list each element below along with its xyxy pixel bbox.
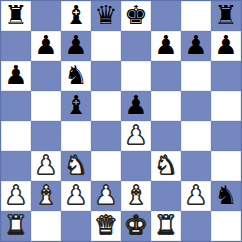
square-f6[interactable] [151, 61, 181, 91]
black-knight[interactable]: ♞ [214, 182, 237, 208]
square-e3[interactable] [121, 151, 151, 181]
square-c2[interactable]: ♟ [61, 181, 91, 211]
square-f3[interactable]: ♞ [151, 151, 181, 181]
white-pawn[interactable]: ♟ [124, 122, 147, 148]
square-b8[interactable] [31, 1, 61, 31]
white-bishop[interactable]: ♝ [124, 182, 147, 208]
square-g5[interactable] [181, 91, 211, 121]
square-e1[interactable]: ♚ [121, 211, 151, 241]
square-a2[interactable]: ♟ [1, 181, 31, 211]
black-pawn[interactable]: ♟ [4, 62, 27, 88]
square-b7[interactable]: ♟ [31, 31, 61, 61]
square-d5[interactable] [91, 91, 121, 121]
white-pawn[interactable]: ♟ [184, 182, 207, 208]
white-knight[interactable]: ♞ [64, 152, 87, 178]
square-d1[interactable]: ♛ [91, 211, 121, 241]
square-b5[interactable] [31, 91, 61, 121]
square-d2[interactable]: ♟ [91, 181, 121, 211]
square-a3[interactable] [1, 151, 31, 181]
white-pawn[interactable]: ♟ [4, 182, 27, 208]
square-d6[interactable] [91, 61, 121, 91]
square-c3[interactable]: ♞ [61, 151, 91, 181]
square-a7[interactable] [1, 31, 31, 61]
square-c8[interactable]: ♝ [61, 1, 91, 31]
square-h1[interactable] [211, 211, 241, 241]
square-a5[interactable] [1, 91, 31, 121]
white-bishop[interactable]: ♝ [34, 182, 57, 208]
square-f5[interactable] [151, 91, 181, 121]
square-d8[interactable]: ♛ [91, 1, 121, 31]
square-g8[interactable] [181, 1, 211, 31]
square-e8[interactable]: ♚ [121, 1, 151, 31]
square-e7[interactable] [121, 31, 151, 61]
square-c5[interactable]: ♝ [61, 91, 91, 121]
square-h8[interactable]: ♜ [211, 1, 241, 31]
white-pawn[interactable]: ♟ [34, 152, 57, 178]
white-pawn[interactable]: ♟ [64, 182, 87, 208]
black-bishop[interactable]: ♝ [64, 2, 87, 28]
square-c1[interactable] [61, 211, 91, 241]
square-d7[interactable] [91, 31, 121, 61]
black-rook[interactable]: ♜ [214, 2, 237, 28]
square-h3[interactable] [211, 151, 241, 181]
square-f2[interactable] [151, 181, 181, 211]
white-pawn[interactable]: ♟ [94, 182, 117, 208]
square-e5[interactable]: ♟ [121, 91, 151, 121]
square-h2[interactable]: ♞ [211, 181, 241, 211]
square-b6[interactable] [31, 61, 61, 91]
square-g1[interactable] [181, 211, 211, 241]
chess-board: ♜♝♛♚♜♟♟♟♟♟♟♞♝♟♟♟♞♞♟♝♟♟♝♟♞♜♛♚♜ [0, 0, 242, 242]
black-king[interactable]: ♚ [124, 2, 147, 28]
square-d4[interactable] [91, 121, 121, 151]
black-pawn[interactable]: ♟ [154, 32, 177, 58]
square-b3[interactable]: ♟ [31, 151, 61, 181]
square-h5[interactable] [211, 91, 241, 121]
white-rook[interactable]: ♜ [4, 212, 27, 238]
square-e4[interactable]: ♟ [121, 121, 151, 151]
square-c4[interactable] [61, 121, 91, 151]
square-a8[interactable]: ♜ [1, 1, 31, 31]
white-king[interactable]: ♚ [124, 212, 147, 238]
square-b2[interactable]: ♝ [31, 181, 61, 211]
square-c6[interactable]: ♞ [61, 61, 91, 91]
white-rook[interactable]: ♜ [154, 212, 177, 238]
black-bishop[interactable]: ♝ [64, 92, 87, 118]
square-b1[interactable] [31, 211, 61, 241]
square-g6[interactable] [181, 61, 211, 91]
black-knight[interactable]: ♞ [64, 62, 87, 88]
square-d3[interactable] [91, 151, 121, 181]
white-queen[interactable]: ♛ [94, 212, 117, 238]
square-e2[interactable]: ♝ [121, 181, 151, 211]
square-f4[interactable] [151, 121, 181, 151]
square-a4[interactable] [1, 121, 31, 151]
black-pawn[interactable]: ♟ [184, 32, 207, 58]
black-queen[interactable]: ♛ [94, 2, 117, 28]
square-a6[interactable]: ♟ [1, 61, 31, 91]
square-h6[interactable] [211, 61, 241, 91]
square-g2[interactable]: ♟ [181, 181, 211, 211]
square-b4[interactable] [31, 121, 61, 151]
white-knight[interactable]: ♞ [154, 152, 177, 178]
square-f7[interactable]: ♟ [151, 31, 181, 61]
black-pawn[interactable]: ♟ [214, 32, 237, 58]
square-a1[interactable]: ♜ [1, 211, 31, 241]
square-h4[interactable] [211, 121, 241, 151]
square-c7[interactable]: ♟ [61, 31, 91, 61]
black-pawn[interactable]: ♟ [34, 32, 57, 58]
square-g3[interactable] [181, 151, 211, 181]
square-e6[interactable] [121, 61, 151, 91]
square-g7[interactable]: ♟ [181, 31, 211, 61]
square-h7[interactable]: ♟ [211, 31, 241, 61]
square-f1[interactable]: ♜ [151, 211, 181, 241]
square-f8[interactable] [151, 1, 181, 31]
black-rook[interactable]: ♜ [4, 2, 27, 28]
black-pawn[interactable]: ♟ [64, 32, 87, 58]
black-pawn[interactable]: ♟ [124, 92, 147, 118]
square-g4[interactable] [181, 121, 211, 151]
